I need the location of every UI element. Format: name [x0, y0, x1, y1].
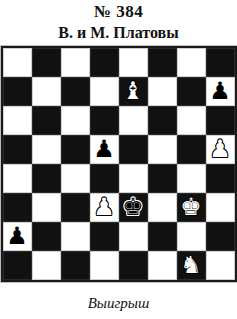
problem-authors: В. и М. Платовы	[0, 23, 237, 42]
white-pawn-piece: ♟	[209, 135, 231, 164]
square-f6[interactable]	[148, 106, 177, 135]
square-b6[interactable]	[32, 106, 61, 135]
square-d8[interactable]	[90, 48, 119, 77]
square-c5[interactable]	[61, 135, 90, 164]
square-c6[interactable]	[61, 106, 90, 135]
square-a4[interactable]	[3, 164, 32, 193]
white-king-piece: ♚	[180, 193, 202, 222]
square-g7[interactable]	[177, 77, 206, 106]
square-e8[interactable]	[119, 48, 148, 77]
square-e2[interactable]	[119, 222, 148, 251]
square-c3[interactable]	[61, 193, 90, 222]
white-bishop-piece: ♝	[122, 77, 144, 106]
square-f8[interactable]	[148, 48, 177, 77]
square-c1[interactable]	[61, 251, 90, 280]
black-pawn-piece: ♟	[93, 135, 115, 164]
square-c7[interactable]	[61, 77, 90, 106]
square-b8[interactable]	[32, 48, 61, 77]
black-pawn-piece: ♟	[6, 222, 28, 251]
square-g6[interactable]	[177, 106, 206, 135]
square-b1[interactable]	[32, 251, 61, 280]
square-d4[interactable]	[90, 164, 119, 193]
board-container: ♝♟♟♟♟♚♚♟♞	[0, 46, 237, 282]
square-f5[interactable]	[148, 135, 177, 164]
square-e3[interactable]: ♚	[119, 193, 148, 222]
white-knight-piece: ♞	[180, 251, 202, 280]
square-f4[interactable]	[148, 164, 177, 193]
square-h7[interactable]: ♟	[206, 77, 235, 106]
square-d1[interactable]	[90, 251, 119, 280]
square-f3[interactable]	[148, 193, 177, 222]
square-d2[interactable]	[90, 222, 119, 251]
square-g1[interactable]: ♞	[177, 251, 206, 280]
square-h8[interactable]	[206, 48, 235, 77]
square-a7[interactable]	[3, 77, 32, 106]
square-g5[interactable]	[177, 135, 206, 164]
square-a2[interactable]: ♟	[3, 222, 32, 251]
square-h3[interactable]	[206, 193, 235, 222]
square-f7[interactable]	[148, 77, 177, 106]
square-c4[interactable]	[61, 164, 90, 193]
square-h6[interactable]	[206, 106, 235, 135]
square-d6[interactable]	[90, 106, 119, 135]
square-a5[interactable]	[3, 135, 32, 164]
chess-board[interactable]: ♝♟♟♟♟♚♚♟♞	[1, 46, 237, 282]
square-f1[interactable]	[148, 251, 177, 280]
square-b3[interactable]	[32, 193, 61, 222]
stipulation-caption: Выигрыш	[0, 295, 237, 312]
square-b7[interactable]	[32, 77, 61, 106]
square-c8[interactable]	[61, 48, 90, 77]
square-h1[interactable]	[206, 251, 235, 280]
problem-number: № 384	[0, 2, 237, 22]
white-pawn-piece: ♟	[93, 193, 115, 222]
square-g8[interactable]	[177, 48, 206, 77]
square-g3[interactable]: ♚	[177, 193, 206, 222]
square-a3[interactable]	[3, 193, 32, 222]
square-b5[interactable]	[32, 135, 61, 164]
black-pawn-piece: ♟	[209, 77, 231, 106]
square-f2[interactable]	[148, 222, 177, 251]
square-c2[interactable]	[61, 222, 90, 251]
square-e7[interactable]: ♝	[119, 77, 148, 106]
square-e4[interactable]	[119, 164, 148, 193]
book-page: № 384 В. и М. Платовы ♝♟♟♟♟♚♚♟♞ Выигрыш	[0, 0, 237, 319]
square-e6[interactable]	[119, 106, 148, 135]
black-king-piece: ♚	[122, 193, 144, 222]
square-g4[interactable]	[177, 164, 206, 193]
square-b2[interactable]	[32, 222, 61, 251]
square-d3[interactable]: ♟	[90, 193, 119, 222]
square-e1[interactable]	[119, 251, 148, 280]
square-a6[interactable]	[3, 106, 32, 135]
square-b4[interactable]	[32, 164, 61, 193]
square-h5[interactable]: ♟	[206, 135, 235, 164]
square-h2[interactable]	[206, 222, 235, 251]
square-d7[interactable]	[90, 77, 119, 106]
square-e5[interactable]	[119, 135, 148, 164]
square-a8[interactable]	[3, 48, 32, 77]
square-g2[interactable]	[177, 222, 206, 251]
square-h4[interactable]	[206, 164, 235, 193]
square-d5[interactable]: ♟	[90, 135, 119, 164]
square-a1[interactable]	[3, 251, 32, 280]
